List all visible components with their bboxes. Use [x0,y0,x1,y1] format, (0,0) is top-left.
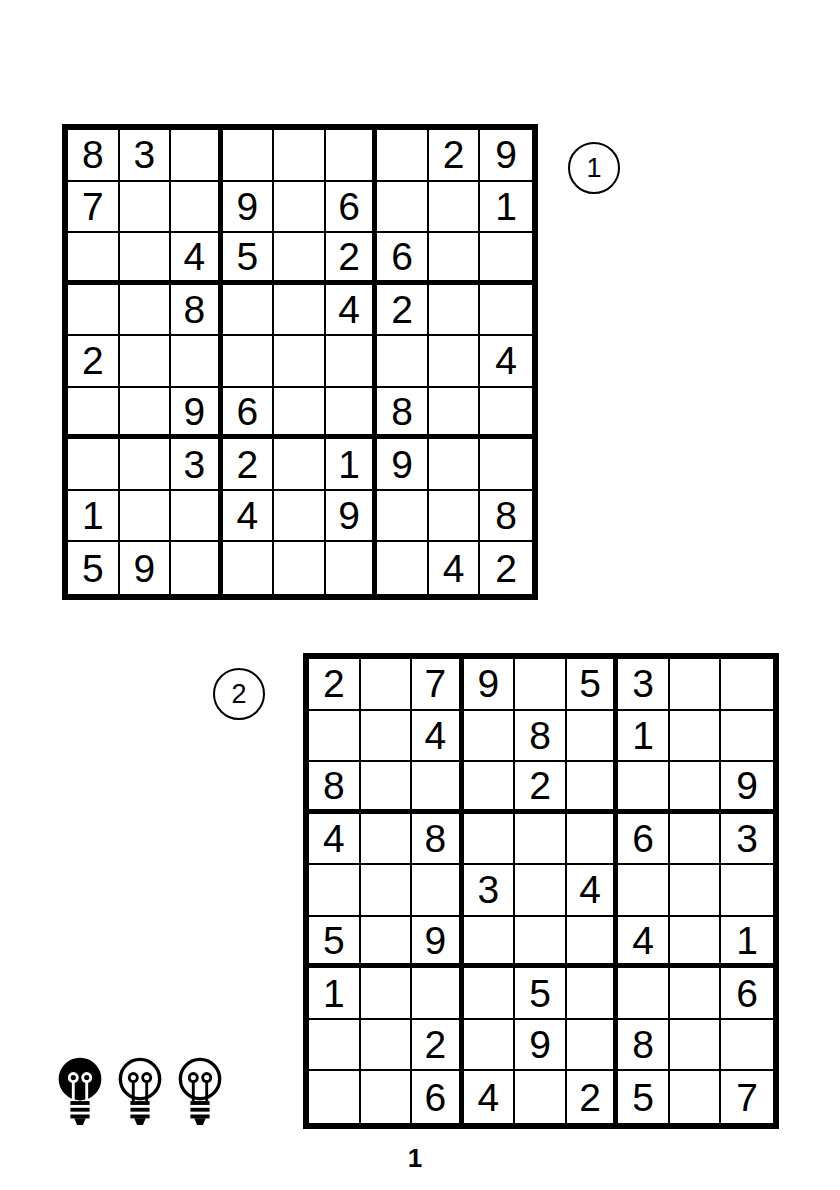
difficulty-rating [55,1056,225,1127]
sudoku2-cell-r2c8[interactable] [670,711,722,763]
sudoku2-cell-r8c7: 8 [618,1020,670,1072]
sudoku2-cell-r5c1[interactable] [309,865,361,917]
sudoku2-cell-r3c8[interactable] [670,762,722,814]
sudoku1-cell-r9c6[interactable] [326,542,378,594]
sudoku1-cell-r4c8[interactable] [429,285,481,337]
sudoku2-cell-r2c6[interactable] [567,711,619,763]
sudoku1-cell-r5c5[interactable] [274,336,326,388]
sudoku1-cell-r4c5[interactable] [274,285,326,337]
sudoku1-cell-r7c5[interactable] [274,439,326,491]
sudoku2-cell-r7c7[interactable] [618,968,670,1020]
sudoku2-cell-r7c8[interactable] [670,968,722,1020]
sudoku1-cell-r5c9: 4 [480,336,532,388]
sudoku1-cell-r2c3[interactable] [171,182,223,234]
sudoku1-cell-r1c8: 2 [429,130,481,182]
sudoku1-cell-r1c2: 3 [120,130,172,182]
sudoku1-cell-r1c7[interactable] [377,130,429,182]
sudoku2-cell-r6c1: 5 [309,917,361,969]
sudoku1-cell-r1c3[interactable] [171,130,223,182]
sudoku1-cell-r4c1[interactable] [68,285,120,337]
sudoku1-cell-r2c1: 7 [68,182,120,234]
sudoku2-cell-r5c6: 4 [567,865,619,917]
sudoku2-cell-r7c4[interactable] [464,968,516,1020]
sudoku1-cell-r6c8[interactable] [429,388,481,440]
sudoku1-cell-r6c9[interactable] [480,388,532,440]
sudoku2-cell-r2c3: 4 [412,711,464,763]
sudoku2-cell-r1c1: 2 [309,659,361,711]
sudoku2-cell-r5c4: 3 [464,865,516,917]
sudoku2-cell-r4c2[interactable] [361,814,413,866]
sudoku2-cell-r4c3: 8 [412,814,464,866]
sudoku1-cell-r2c6: 6 [326,182,378,234]
sudoku2-cell-r9c4: 4 [464,1071,516,1123]
puzzle-1-label: 1 [568,142,620,194]
sudoku1-cell-r4c2[interactable] [120,285,172,337]
sudoku1-cell-r2c4: 9 [223,182,275,234]
sudoku1-cell-r5c4[interactable] [223,336,275,388]
sudoku2-cell-r9c6: 2 [567,1071,619,1123]
sudoku2-cell-r1c5[interactable] [515,659,567,711]
sudoku2-cell-r2c9[interactable] [721,711,773,763]
sudoku2-cell-r3c7[interactable] [618,762,670,814]
sudoku2-cell-r2c1[interactable] [309,711,361,763]
sudoku2-cell-r3c9: 9 [721,762,773,814]
sudoku2-cell-r5c7[interactable] [618,865,670,917]
sudoku2-cell-r1c3: 7 [412,659,464,711]
sudoku1-cell-r7c8[interactable] [429,439,481,491]
sudoku2-cell-r5c2[interactable] [361,865,413,917]
sudoku2-cell-r7c5: 5 [515,968,567,1020]
sudoku1-cell-r7c9[interactable] [480,439,532,491]
sudoku2-cell-r3c5: 2 [515,762,567,814]
sudoku1-cell-r5c8[interactable] [429,336,481,388]
sudoku1-cell-r1c9: 9 [480,130,532,182]
sudoku2-cell-r9c2[interactable] [361,1071,413,1123]
sudoku1-cell-r8c1: 1 [68,491,120,543]
sudoku2-cell-r2c5: 8 [515,711,567,763]
sudoku1-cell-r3c5[interactable] [274,233,326,285]
sudoku1-cell-r6c2[interactable] [120,388,172,440]
sudoku1-cell-r8c5[interactable] [274,491,326,543]
sudoku1-cell-r7c4: 2 [223,439,275,491]
sudoku2-cell-r7c9: 6 [721,968,773,1020]
sudoku2-cell-r7c1: 1 [309,968,361,1020]
page-number: 1 [0,1143,830,1174]
sudoku1-cell-r3c2[interactable] [120,233,172,285]
sudoku2-cell-r9c1[interactable] [309,1071,361,1123]
sudoku1-cell-r9c1: 5 [68,542,120,594]
sudoku1-cell-r5c1: 2 [68,336,120,388]
sudoku2-cell-r4c8[interactable] [670,814,722,866]
sudoku1-cell-r9c7[interactable] [377,542,429,594]
sudoku1-cell-r1c1: 8 [68,130,120,182]
sudoku1-cell-r8c2[interactable] [120,491,172,543]
sudoku1-cell-r3c3: 4 [171,233,223,285]
sudoku2-cell-r6c6[interactable] [567,917,619,969]
difficulty-bulb-3-icon [175,1056,225,1127]
sudoku1-cell-r3c6: 2 [326,233,378,285]
sudoku2-cell-r5c9[interactable] [721,865,773,917]
sudoku2-cell-r5c8[interactable] [670,865,722,917]
sudoku2-cell-r9c3: 6 [412,1071,464,1123]
sudoku2-cell-r4c7: 6 [618,814,670,866]
sudoku2-cell-r1c8[interactable] [670,659,722,711]
sudoku2-cell-r5c3[interactable] [412,865,464,917]
sudoku1-cell-r6c1[interactable] [68,388,120,440]
sudoku2-cell-r6c4[interactable] [464,917,516,969]
sudoku1-cell-r5c2[interactable] [120,336,172,388]
difficulty-bulb-2-icon [115,1056,165,1127]
sudoku1-cell-r3c1[interactable] [68,233,120,285]
sudoku2-cell-r3c4[interactable] [464,762,516,814]
sudoku2-cell-r2c7: 1 [618,711,670,763]
sudoku2-cell-r7c2[interactable] [361,968,413,1020]
sudoku1-cell-r1c6[interactable] [326,130,378,182]
sudoku1-cell-r8c3[interactable] [171,491,223,543]
sudoku1-cell-r5c7[interactable] [377,336,429,388]
sudoku1-cell-r6c6[interactable] [326,388,378,440]
sudoku-grid-2: 27953481829486334594115629864257 [303,653,779,1129]
sudoku2-cell-r9c5[interactable] [515,1071,567,1123]
sudoku1-cell-r6c3: 9 [171,388,223,440]
sudoku1-cell-r7c1[interactable] [68,439,120,491]
sudoku2-cell-r7c3[interactable] [412,968,464,1020]
sudoku2-cell-r1c4: 9 [464,659,516,711]
sudoku1-cell-r9c2: 9 [120,542,172,594]
sudoku1-cell-r3c7: 6 [377,233,429,285]
difficulty-bulb-1-filled-icon [55,1056,105,1127]
sudoku2-cell-r5c5[interactable] [515,865,567,917]
sudoku2-cell-r8c9[interactable] [721,1020,773,1072]
sudoku2-cell-r3c3[interactable] [412,762,464,814]
sudoku1-cell-r2c5[interactable] [274,182,326,234]
sudoku2-cell-r4c5[interactable] [515,814,567,866]
puzzle-1-label-text: 1 [586,153,601,184]
sudoku1-cell-r6c7: 8 [377,388,429,440]
sudoku1-cell-r9c8: 4 [429,542,481,594]
sudoku2-cell-r9c7: 5 [618,1071,670,1123]
sudoku2-cell-r8c6[interactable] [567,1020,619,1072]
sudoku2-cell-r8c1[interactable] [309,1020,361,1072]
sudoku1-cell-r5c3[interactable] [171,336,223,388]
sudoku2-cell-r9c8[interactable] [670,1071,722,1123]
sudoku1-cell-r2c7[interactable] [377,182,429,234]
sudoku2-cell-r6c5[interactable] [515,917,567,969]
sudoku1-cell-r8c8[interactable] [429,491,481,543]
sudoku2-cell-r6c8[interactable] [670,917,722,969]
sudoku1-cell-r4c3: 8 [171,285,223,337]
puzzle-2-label-text: 2 [231,679,246,710]
sudoku1-cell-r6c4: 6 [223,388,275,440]
sudoku2-cell-r1c7: 3 [618,659,670,711]
sudoku2-cell-r6c7: 4 [618,917,670,969]
sudoku2-cell-r9c9: 7 [721,1071,773,1123]
sudoku1-cell-r2c2[interactable] [120,182,172,234]
sudoku2-cell-r1c2[interactable] [361,659,413,711]
sudoku2-cell-r8c2[interactable] [361,1020,413,1072]
sudoku1-cell-r7c2[interactable] [120,439,172,491]
sudoku1-cell-r2c8[interactable] [429,182,481,234]
sudoku1-cell-r9c5[interactable] [274,542,326,594]
sudoku2-cell-r4c1: 4 [309,814,361,866]
sudoku1-cell-r8c7[interactable] [377,491,429,543]
sudoku2-cell-r8c8[interactable] [670,1020,722,1072]
sudoku2-cell-r4c6[interactable] [567,814,619,866]
sudoku-grid-1: 83297961452684224968321914985942 [62,124,538,600]
sudoku1-cell-r7c7: 9 [377,439,429,491]
sudoku1-cell-r5c6[interactable] [326,336,378,388]
sudoku1-cell-r3c4: 5 [223,233,275,285]
sudoku2-cell-r8c5: 9 [515,1020,567,1072]
sudoku1-cell-r4c7: 2 [377,285,429,337]
sudoku1-cell-r3c9[interactable] [480,233,532,285]
sudoku2-cell-r8c4[interactable] [464,1020,516,1072]
sudoku1-cell-r4c4[interactable] [223,285,275,337]
sudoku2-cell-r3c1: 8 [309,762,361,814]
sudoku1-cell-r4c9[interactable] [480,285,532,337]
sudoku2-cell-r6c3: 9 [412,917,464,969]
sudoku1-cell-r1c5[interactable] [274,130,326,182]
sudoku1-cell-r8c6: 9 [326,491,378,543]
sudoku1-cell-r9c4[interactable] [223,542,275,594]
sudoku1-cell-r8c4: 4 [223,491,275,543]
sudoku1-cell-r8c9: 8 [480,491,532,543]
sudoku1-cell-r9c9: 2 [480,542,532,594]
sudoku1-cell-r7c3: 3 [171,439,223,491]
sudoku1-cell-r3c8[interactable] [429,233,481,285]
sudoku1-cell-r7c6: 1 [326,439,378,491]
sudoku2-cell-r3c2[interactable] [361,762,413,814]
sudoku1-cell-r4c6: 4 [326,285,378,337]
sudoku2-cell-r2c2[interactable] [361,711,413,763]
sudoku2-cell-r1c6: 5 [567,659,619,711]
sudoku2-cell-r4c9: 3 [721,814,773,866]
sudoku1-cell-r9c3[interactable] [171,542,223,594]
sudoku1-cell-r6c5[interactable] [274,388,326,440]
sudoku2-cell-r6c2[interactable] [361,917,413,969]
sudoku2-cell-r6c9: 1 [721,917,773,969]
sudoku2-cell-r8c3: 2 [412,1020,464,1072]
puzzle-2-label: 2 [213,668,265,720]
sudoku1-cell-r1c4[interactable] [223,130,275,182]
sudoku2-cell-r4c4[interactable] [464,814,516,866]
sudoku2-cell-r1c9[interactable] [721,659,773,711]
sudoku2-cell-r7c6[interactable] [567,968,619,1020]
sudoku2-cell-r3c6[interactable] [567,762,619,814]
sudoku1-cell-r2c9: 1 [480,182,532,234]
sudoku2-cell-r2c4[interactable] [464,711,516,763]
